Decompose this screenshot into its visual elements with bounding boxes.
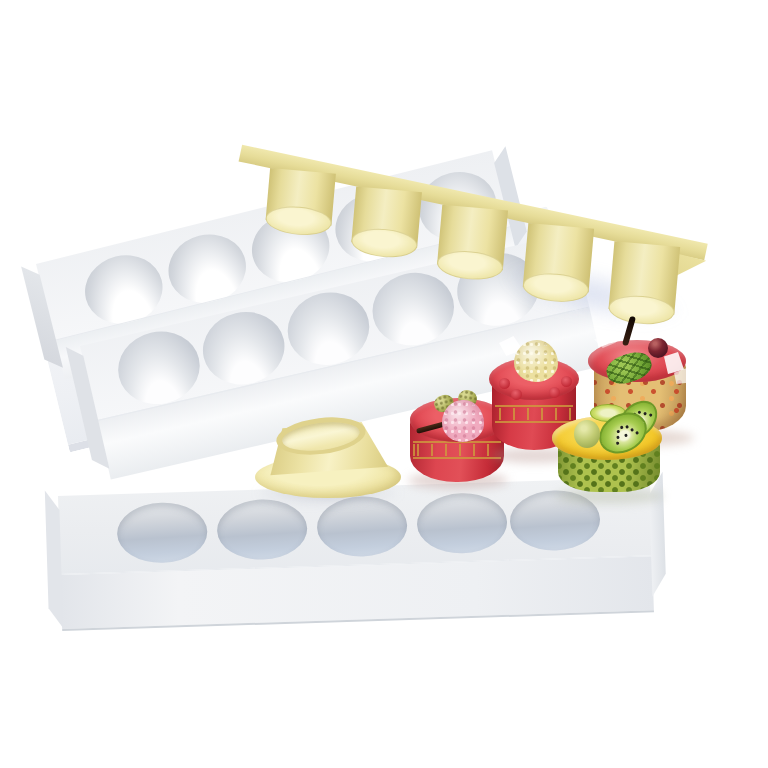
kiwi-seeds (624, 433, 628, 437)
mold-cup (437, 205, 508, 271)
product-photo-scene (0, 0, 768, 768)
mold-cup (351, 186, 422, 248)
glaze-bump (511, 389, 522, 400)
cake-kiwi (552, 404, 668, 510)
mold-cavity (416, 492, 508, 555)
mold-cup (523, 223, 594, 293)
glaze-bump (549, 387, 560, 398)
mold-cup (609, 241, 681, 314)
glaze-bump (499, 378, 510, 389)
silicone-cup-mold (252, 406, 404, 506)
mold-cavity (216, 498, 308, 561)
grape-garnish (574, 420, 600, 448)
mold-cup-cap (522, 271, 590, 305)
mold-cavity (116, 501, 208, 564)
glaze-bump (561, 376, 572, 387)
mold-cup-cap (436, 249, 504, 283)
mold-cup-cap (350, 226, 418, 260)
pink-icecream-scoop (442, 400, 484, 442)
cream-scoop (514, 340, 558, 382)
cherry-garnish (648, 338, 668, 358)
mold-cup-cap (265, 204, 333, 238)
mold-cup (266, 168, 336, 226)
